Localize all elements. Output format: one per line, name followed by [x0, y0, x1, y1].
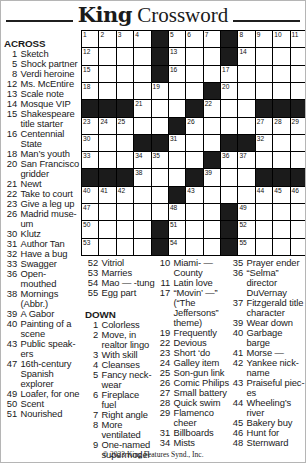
- grid-cell[interactable]: [204, 66, 220, 82]
- grid-cell[interactable]: [169, 152, 185, 168]
- block-cell: [221, 48, 237, 64]
- cell-number: 18: [83, 83, 90, 90]
- grid-cell[interactable]: 26: [186, 118, 202, 134]
- copyright-line: © 2023 King Features Synd., Inc.: [1, 450, 305, 459]
- across-clue-20: 20San Francisco gridder: [4, 159, 81, 179]
- grid-cell[interactable]: 16: [169, 66, 185, 82]
- clue-text: Flamenco cheer: [174, 408, 231, 428]
- across-clue-43: 43Public speak­ers: [4, 339, 81, 359]
- block-cell: [99, 169, 115, 185]
- clue-text: Madrid muse­um: [21, 209, 82, 229]
- grid-cell[interactable]: [134, 83, 150, 99]
- down-clue-48: 48Sternward: [230, 438, 306, 448]
- clue-number: 34: [157, 438, 170, 448]
- down-clue-6: 6Fireplace fuel: [85, 390, 156, 410]
- grid-cell[interactable]: [117, 66, 133, 82]
- down-clue-2: 2Move, in real­tor lingo: [85, 330, 156, 350]
- cell-number: 48: [170, 204, 177, 211]
- grid-cell[interactable]: [256, 221, 272, 237]
- clue-number: 55: [85, 288, 98, 298]
- grid-cell[interactable]: [117, 83, 133, 99]
- clue-text: Move, in real­tor lingo: [102, 330, 157, 350]
- clue-number: 17: [157, 288, 170, 328]
- crossword-page: King Crossword 1234567891011121314151617…: [0, 0, 306, 463]
- grid-cell[interactable]: [238, 66, 254, 82]
- clue-number: 51: [4, 409, 17, 419]
- masthead: King Crossword: [1, 2, 305, 30]
- block-cell: [204, 83, 220, 99]
- grid-cell[interactable]: [99, 135, 115, 151]
- grid-cell[interactable]: 15: [82, 66, 98, 82]
- down-clues-1: 1Colorless2Move, in real­tor lingo3With …: [85, 320, 156, 460]
- block-cell: [134, 135, 150, 151]
- grid-cell[interactable]: [117, 152, 133, 168]
- down-clue-34: 34Mists: [157, 438, 230, 448]
- cell-number: 36: [222, 152, 229, 159]
- cell-number: 9: [257, 31, 261, 38]
- grid-cell[interactable]: [221, 100, 237, 116]
- grid-cell[interactable]: 29: [291, 118, 306, 134]
- block-cell: [273, 100, 289, 116]
- grid-cell[interactable]: [134, 239, 150, 255]
- cell-number: 5: [170, 31, 174, 38]
- grid-cell[interactable]: [152, 204, 168, 220]
- grid-cell[interactable]: [238, 187, 254, 203]
- clue-text: Centennial State: [21, 129, 82, 149]
- grid-cell[interactable]: [99, 48, 115, 64]
- grid-cell[interactable]: [273, 83, 289, 99]
- grid-cell[interactable]: [99, 66, 115, 82]
- block-cell: [273, 169, 289, 185]
- grid-cell[interactable]: [186, 221, 202, 237]
- block-cell: [152, 66, 168, 82]
- grid-cell[interactable]: 24: [99, 118, 115, 134]
- clue-number: 40: [230, 328, 243, 348]
- cell-number: 2: [100, 31, 104, 38]
- grid-cell[interactable]: 4: [134, 31, 150, 47]
- title-word: Crossword: [137, 3, 228, 27]
- grid-cell[interactable]: [117, 221, 133, 237]
- mixed-clue-column: 52Vitriol53Marries54Mao — -tung55Egg par…: [85, 258, 156, 460]
- block-cell: [152, 48, 168, 64]
- block-cell: [186, 169, 202, 185]
- block-cell: [117, 100, 133, 116]
- grid-cell[interactable]: [221, 118, 237, 134]
- cell-number: 53: [83, 239, 90, 246]
- clue-number: 5: [85, 370, 98, 390]
- across-clue-column: ACROSS 1Sketch5Shock part­ner8Verdi hero…: [4, 38, 81, 419]
- clue-number: 40: [4, 319, 17, 339]
- clue-number: 26: [4, 209, 17, 229]
- clue-text: Fitzgerald title character: [247, 298, 307, 318]
- block-cell: [152, 31, 168, 47]
- clue-text: Fireplace fuel: [102, 390, 157, 410]
- clue-number: 20: [4, 159, 17, 179]
- grid-cell[interactable]: [204, 221, 220, 237]
- grid-cell[interactable]: 42: [117, 187, 133, 203]
- clue-number: 16: [4, 129, 17, 149]
- grid-cell[interactable]: [134, 204, 150, 220]
- down-clue-36: 36“Selma” director DuVernay: [230, 268, 306, 298]
- block-cell: [169, 118, 185, 134]
- grid-cell[interactable]: 17: [221, 66, 237, 82]
- cell-number: 32: [257, 135, 264, 142]
- grid-cell[interactable]: [204, 239, 220, 255]
- block-cell: [152, 135, 168, 151]
- grid-cell[interactable]: [134, 118, 150, 134]
- grid-cell[interactable]: 49: [238, 204, 254, 220]
- grid-cell[interactable]: [152, 118, 168, 134]
- grid-cell[interactable]: 48: [169, 204, 185, 220]
- grid-cell[interactable]: [291, 239, 306, 255]
- grid-cell[interactable]: [99, 152, 115, 168]
- grid-cell[interactable]: [256, 48, 272, 64]
- block-cell: [256, 169, 272, 185]
- across-clue-55: 55Egg part: [85, 288, 156, 298]
- clue-text: Sternward: [247, 438, 307, 448]
- down-clue-column-2: 10Miami- — County11Latin love17“Movin’ —…: [157, 258, 230, 448]
- clue-number: 8: [85, 420, 98, 440]
- grid-cell[interactable]: [291, 135, 306, 151]
- grid-cell[interactable]: [273, 204, 289, 220]
- grid-cell[interactable]: [273, 66, 289, 82]
- grid-cell[interactable]: 8: [238, 31, 254, 47]
- cell-number: 14: [239, 48, 246, 55]
- block-cell: [291, 169, 306, 185]
- grid-cell[interactable]: 1: [82, 31, 98, 47]
- grid-cell[interactable]: [169, 83, 185, 99]
- grid-cell[interactable]: [152, 169, 168, 185]
- grid-cell[interactable]: [273, 221, 289, 237]
- grid-cell[interactable]: [273, 48, 289, 64]
- grid-cell[interactable]: 41: [99, 187, 115, 203]
- page-title: King Crossword: [78, 2, 228, 30]
- grid-cell[interactable]: 5: [169, 31, 185, 47]
- grid-cell[interactable]: [238, 169, 254, 185]
- clue-number: 29: [157, 408, 170, 428]
- grid-cell[interactable]: [291, 152, 306, 168]
- grid-cell[interactable]: 14: [238, 48, 254, 64]
- cell-number: 54: [170, 239, 177, 246]
- clue-text: Nourished: [21, 409, 82, 419]
- block-cell: [221, 135, 237, 151]
- cell-number: 28: [274, 118, 281, 125]
- masthead-rule-left: [6, 20, 73, 22]
- grid-cell[interactable]: 12: [82, 48, 98, 64]
- cell-number: 44: [257, 187, 264, 194]
- grid-cell[interactable]: [291, 48, 306, 64]
- cell-number: 1: [83, 31, 87, 38]
- cell-number: 23: [83, 118, 90, 125]
- cell-number: 39: [205, 169, 212, 176]
- clue-number: 48: [230, 438, 243, 448]
- down-clue-8: 8More ventilat­ed: [85, 420, 156, 440]
- block-cell: [221, 31, 237, 47]
- block-cell: [152, 221, 168, 237]
- grid-cell[interactable]: 30: [82, 135, 98, 151]
- grid-cell[interactable]: 55: [238, 239, 254, 255]
- grid-cell[interactable]: [186, 83, 202, 99]
- grid-cell[interactable]: [99, 83, 115, 99]
- grid-cell[interactable]: 10: [273, 31, 289, 47]
- grid-cell[interactable]: [256, 239, 272, 255]
- grid-cell[interactable]: [256, 83, 272, 99]
- block-cell: [221, 239, 237, 255]
- grid-cell[interactable]: 18: [82, 83, 98, 99]
- clue-text: Yankee nick­name: [247, 358, 307, 378]
- grid-cell[interactable]: 40: [82, 187, 98, 203]
- block-cell: [256, 100, 272, 116]
- clue-text: Open-mouthed: [21, 269, 82, 289]
- cell-number: 15: [83, 66, 90, 73]
- down-clue-43: 43Praiseful piec­es: [230, 378, 306, 398]
- grid-cell[interactable]: 36: [221, 152, 237, 168]
- clue-number: 36: [230, 268, 243, 298]
- cell-number: 34: [135, 152, 142, 159]
- grid-cell[interactable]: 25: [117, 118, 133, 134]
- across-clue-36: 36Open-mouthed: [4, 269, 81, 289]
- cell-number: 38: [135, 169, 142, 176]
- grid-cell[interactable]: 33: [82, 152, 98, 168]
- block-cell: [238, 135, 254, 151]
- grid-cell[interactable]: [204, 204, 220, 220]
- down-clue-44: 44Wheeling’s river: [230, 398, 306, 418]
- cell-number: 7: [205, 31, 209, 38]
- clue-text: Painting of a scene: [21, 319, 82, 339]
- masthead-rule-right: [233, 20, 300, 22]
- across-clue-51: 51Nourished: [4, 409, 81, 419]
- cell-number: 6: [187, 31, 191, 38]
- grid-cell[interactable]: [204, 187, 220, 203]
- clue-number: 6: [85, 390, 98, 410]
- grid-cell[interactable]: [204, 118, 220, 134]
- down-clue-10: 10Miami- — County: [157, 258, 230, 278]
- grid-cell[interactable]: [117, 48, 133, 64]
- clue-text: Mornings (Abbr.): [21, 289, 82, 309]
- cell-number: 55: [239, 239, 246, 246]
- cell-number: 11: [292, 31, 299, 38]
- clue-text: Praiseful piec­es: [247, 378, 307, 398]
- grid-cell[interactable]: [186, 135, 202, 151]
- grid-cell[interactable]: [256, 152, 272, 168]
- down-clue-40: 40Garbage barge: [230, 328, 306, 348]
- block-cell: [117, 169, 133, 185]
- grid-cell[interactable]: [134, 66, 150, 82]
- down-clue-29: 29Flamenco cheer: [157, 408, 230, 428]
- grid-cell[interactable]: 22: [204, 100, 220, 116]
- cell-number: 8: [239, 31, 243, 38]
- grid-cell[interactable]: 7: [204, 31, 220, 47]
- cell-number: 24: [100, 118, 107, 125]
- grid-cell[interactable]: 34: [134, 152, 150, 168]
- clue-text: Public speak­ers: [21, 339, 82, 359]
- grid-cell[interactable]: 6: [186, 31, 202, 47]
- across-clue-15: 15Shakespeare title starter: [4, 109, 81, 129]
- block-cell: [291, 100, 306, 116]
- grid-cell[interactable]: [186, 152, 202, 168]
- grid-cell[interactable]: [291, 204, 306, 220]
- grid-cell[interactable]: 35: [152, 152, 168, 168]
- grid-cell[interactable]: 43: [186, 187, 202, 203]
- grid-cell[interactable]: 53: [82, 239, 98, 255]
- cell-number: 47: [83, 204, 90, 211]
- block-cell: [221, 204, 237, 220]
- grid-cell[interactable]: 2: [99, 31, 115, 47]
- down-clue-42: 42Yankee nick­name: [230, 358, 306, 378]
- grid-cell[interactable]: [204, 135, 220, 151]
- grid-cell[interactable]: 46: [291, 187, 306, 203]
- grid-cell[interactable]: 51: [169, 221, 185, 237]
- grid-cell[interactable]: [291, 66, 306, 82]
- clue-number: 10: [157, 258, 170, 278]
- grid-cell[interactable]: 28: [273, 118, 289, 134]
- clue-text: San Francisco gridder: [21, 159, 82, 179]
- cell-number: 37: [239, 152, 246, 159]
- cell-number: 46: [292, 187, 299, 194]
- across-clues-1: 1Sketch5Shock part­ner8Verdi heroine12Ms…: [4, 49, 81, 419]
- cell-number: 33: [83, 152, 90, 159]
- down-clue-17: 17“Movin’ —” (“The Jeffersons” theme): [157, 288, 230, 328]
- clue-number: 42: [230, 358, 243, 378]
- grid-cell[interactable]: 19: [152, 83, 168, 99]
- cell-number: 51: [170, 221, 177, 228]
- grid-cell[interactable]: [238, 83, 254, 99]
- block-cell: [82, 100, 98, 116]
- clue-number: 37: [230, 298, 243, 318]
- grid-cell[interactable]: 32: [256, 135, 272, 151]
- clue-number: 2: [85, 330, 98, 350]
- grid-cell[interactable]: 44: [256, 187, 272, 203]
- clue-text: Wheeling’s river: [247, 398, 307, 418]
- grid-cell[interactable]: 31: [169, 135, 185, 151]
- block-cell: [204, 152, 220, 168]
- grid-cell[interactable]: [152, 187, 168, 203]
- grid-cell[interactable]: 21: [134, 100, 150, 116]
- grid-cell[interactable]: [169, 169, 185, 185]
- grid-cell[interactable]: [291, 83, 306, 99]
- cell-number: 4: [135, 31, 139, 38]
- grid-cell[interactable]: [99, 204, 115, 220]
- cell-number: 16: [170, 66, 177, 73]
- cell-number: 42: [118, 187, 125, 194]
- grid-cell[interactable]: 27: [256, 118, 272, 134]
- grid-cell[interactable]: [221, 169, 237, 185]
- cell-number: 13: [170, 48, 177, 55]
- grid-cell[interactable]: 50: [82, 221, 98, 237]
- grid-cell[interactable]: 23: [82, 118, 98, 134]
- grid-cell[interactable]: 39: [204, 169, 220, 185]
- grid-cell[interactable]: 37: [238, 152, 254, 168]
- cell-number: 29: [292, 118, 299, 125]
- block-cell: [152, 239, 168, 255]
- cell-number: 17: [222, 66, 229, 73]
- grid-cell[interactable]: [186, 239, 202, 255]
- grid-cell[interactable]: [186, 48, 202, 64]
- grid-cell[interactable]: [273, 135, 289, 151]
- down-clue-column-3: 35Prayer ender36“Selma” director DuVerna…: [230, 258, 306, 448]
- grid-cell[interactable]: 52: [238, 221, 254, 237]
- grid-cell[interactable]: 38: [134, 169, 150, 185]
- grid-cell[interactable]: [169, 100, 185, 116]
- grid-cell[interactable]: [221, 187, 237, 203]
- cell-number: 43: [187, 187, 194, 194]
- grid-cell[interactable]: [99, 221, 115, 237]
- grid-cell[interactable]: 9: [256, 31, 272, 47]
- clue-number: 43: [4, 339, 17, 359]
- grid-cell[interactable]: 11: [291, 31, 306, 47]
- grid-cell[interactable]: 13: [169, 48, 185, 64]
- cell-number: 30: [83, 135, 90, 142]
- grid-cell[interactable]: 20: [221, 83, 237, 99]
- across-clue-16: 16Centennial State: [4, 129, 81, 149]
- grid-cell[interactable]: [134, 187, 150, 203]
- block-cell: [82, 169, 98, 185]
- grid-cell[interactable]: [256, 66, 272, 82]
- grid-cell[interactable]: 47: [82, 204, 98, 220]
- grid-cell[interactable]: [186, 66, 202, 82]
- block-cell: [186, 100, 202, 116]
- grid-cell[interactable]: [273, 239, 289, 255]
- cell-number: 25: [118, 118, 125, 125]
- grid-cell[interactable]: 54: [169, 239, 185, 255]
- grid-cell[interactable]: [238, 100, 254, 116]
- clue-text: Miami- — County: [174, 258, 231, 278]
- across-clue-38: 38Mornings (Abbr.): [4, 289, 81, 309]
- clue-text: Fancy neck­wear: [102, 370, 157, 390]
- cell-number: 10: [274, 31, 281, 38]
- clue-number: 15: [4, 109, 17, 129]
- clue-number: 44: [230, 398, 243, 418]
- cell-number: 31: [170, 135, 177, 142]
- cell-number: 35: [153, 152, 160, 159]
- grid-cell[interactable]: [152, 100, 168, 116]
- grid-cell[interactable]: [117, 239, 133, 255]
- down-clue-37: 37Fitzgerald title character: [230, 298, 306, 318]
- down-clue-5: 5Fancy neck­wear: [85, 370, 156, 390]
- block-cell: [221, 221, 237, 237]
- grid-cell[interactable]: [99, 239, 115, 255]
- clue-text: Egg part: [102, 288, 157, 298]
- cell-number: 19: [153, 83, 160, 90]
- clue-number: 38: [4, 289, 17, 309]
- grid-cell[interactable]: [238, 118, 254, 134]
- cell-number: 45: [274, 187, 281, 194]
- cell-number: 50: [83, 221, 90, 228]
- grid-cell[interactable]: [134, 221, 150, 237]
- clue-number: 43: [230, 378, 243, 398]
- grid-cell[interactable]: [186, 204, 202, 220]
- grid-cell[interactable]: [134, 48, 150, 64]
- grid-cell[interactable]: [256, 204, 272, 220]
- cell-number: 49: [239, 204, 246, 211]
- grid-cell[interactable]: 3: [117, 31, 133, 47]
- clue-text: “Movin’ —” (“The Jeffersons” theme): [174, 288, 231, 328]
- cell-number: 27: [257, 118, 264, 125]
- grid-cell[interactable]: [117, 135, 133, 151]
- grid-cell[interactable]: [204, 48, 220, 64]
- block-cell: [169, 187, 185, 203]
- clue-text: 16th-centu­ry Spanish explorer: [21, 359, 82, 389]
- grid-cell[interactable]: [291, 221, 306, 237]
- cell-number: 20: [222, 83, 229, 90]
- grid-cell[interactable]: 45: [273, 187, 289, 203]
- grid-cell[interactable]: [117, 204, 133, 220]
- across-clues-2: 52Vitriol53Marries54Mao — -tung55Egg par…: [85, 258, 156, 298]
- clue-text: Mists: [174, 438, 231, 448]
- clue-number: 36: [4, 269, 17, 289]
- grid-cell[interactable]: [273, 152, 289, 168]
- crossword-grid: 1234567891011121314151617181920212223242…: [81, 30, 306, 256]
